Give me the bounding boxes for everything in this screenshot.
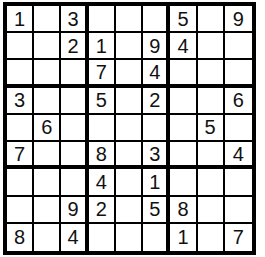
sudoku-cell-empty[interactable] (61, 60, 88, 87)
sudoku-cell-empty[interactable] (89, 224, 116, 251)
sudoku-cell-empty[interactable] (61, 169, 88, 196)
sudoku-cell-empty[interactable] (89, 115, 116, 142)
sudoku-cell-empty[interactable] (34, 197, 61, 224)
sudoku-cell-empty[interactable] (116, 33, 143, 60)
sudoku-cell-given: 1 (7, 6, 34, 33)
sudoku-cell-empty[interactable] (198, 197, 225, 224)
sudoku-cell-given: 7 (225, 224, 252, 251)
sudoku-cell-empty[interactable] (225, 60, 252, 87)
sudoku-cell-given: 4 (225, 142, 252, 169)
sudoku-cell-empty[interactable] (198, 224, 225, 251)
sudoku-cell-given: 5 (89, 88, 116, 115)
sudoku-cell-empty[interactable] (198, 142, 225, 169)
sudoku-cell-given: 8 (170, 197, 197, 224)
sudoku-cell-empty[interactable] (34, 60, 61, 87)
sudoku-cell-given: 9 (143, 33, 170, 60)
sudoku-cell-empty[interactable] (34, 142, 61, 169)
sudoku-cell-empty[interactable] (225, 115, 252, 142)
sudoku-cell-empty[interactable] (116, 60, 143, 87)
sudoku-cell-empty[interactable] (34, 88, 61, 115)
sudoku-cell-given: 4 (143, 60, 170, 87)
sudoku-cell-empty[interactable] (170, 142, 197, 169)
sudoku-cell-empty[interactable] (198, 169, 225, 196)
sudoku-cell-empty[interactable] (143, 6, 170, 33)
sudoku-cell-empty[interactable] (116, 197, 143, 224)
sudoku-cell-given: 6 (34, 115, 61, 142)
sudoku-cell-given: 8 (7, 224, 34, 251)
sudoku-cell-empty[interactable] (7, 197, 34, 224)
sudoku-cell-given: 9 (225, 6, 252, 33)
sudoku-cell-given: 2 (89, 197, 116, 224)
sudoku-cell-empty[interactable] (89, 6, 116, 33)
sudoku-board: 135921947435266578344192588417 (3, 2, 256, 255)
sudoku-cell-given: 3 (143, 142, 170, 169)
sudoku-cell-empty[interactable] (143, 115, 170, 142)
sudoku-cell-empty[interactable] (143, 224, 170, 251)
sudoku-page: 135921947435266578344192588417 (0, 0, 265, 257)
sudoku-cell-given: 4 (89, 169, 116, 196)
sudoku-cell-empty[interactable] (170, 169, 197, 196)
sudoku-cell-given: 3 (61, 6, 88, 33)
sudoku-cell-empty[interactable] (198, 60, 225, 87)
sudoku-cell-empty[interactable] (116, 169, 143, 196)
sudoku-cell-empty[interactable] (225, 197, 252, 224)
sudoku-cell-given: 1 (170, 224, 197, 251)
sudoku-cell-given: 4 (170, 33, 197, 60)
sudoku-cell-empty[interactable] (116, 142, 143, 169)
sudoku-cell-empty[interactable] (34, 6, 61, 33)
sudoku-cell-given: 2 (143, 88, 170, 115)
sudoku-cell-empty[interactable] (7, 33, 34, 60)
sudoku-cell-empty[interactable] (61, 88, 88, 115)
sudoku-cell-given: 3 (7, 88, 34, 115)
sudoku-cell-empty[interactable] (116, 115, 143, 142)
sudoku-cell-given: 5 (143, 197, 170, 224)
sudoku-cell-empty[interactable] (225, 169, 252, 196)
sudoku-cell-empty[interactable] (170, 115, 197, 142)
sudoku-cell-given: 1 (89, 33, 116, 60)
sudoku-cell-empty[interactable] (7, 169, 34, 196)
sudoku-cell-empty[interactable] (198, 33, 225, 60)
sudoku-cell-given: 2 (61, 33, 88, 60)
sudoku-cell-given: 7 (7, 142, 34, 169)
sudoku-cell-empty[interactable] (7, 115, 34, 142)
sudoku-cell-empty[interactable] (198, 6, 225, 33)
sudoku-cell-empty[interactable] (170, 60, 197, 87)
sudoku-cell-given: 5 (198, 115, 225, 142)
sudoku-cell-given: 4 (61, 224, 88, 251)
sudoku-cell-empty[interactable] (198, 88, 225, 115)
sudoku-cell-empty[interactable] (61, 115, 88, 142)
sudoku-cell-empty[interactable] (61, 142, 88, 169)
sudoku-cell-empty[interactable] (34, 224, 61, 251)
sudoku-cell-given: 5 (170, 6, 197, 33)
sudoku-cell-empty[interactable] (225, 33, 252, 60)
sudoku-cell-empty[interactable] (116, 88, 143, 115)
sudoku-cell-empty[interactable] (170, 88, 197, 115)
sudoku-cell-empty[interactable] (7, 60, 34, 87)
sudoku-cell-given: 9 (61, 197, 88, 224)
sudoku-cell-empty[interactable] (34, 33, 61, 60)
sudoku-cell-given: 7 (89, 60, 116, 87)
sudoku-cell-empty[interactable] (116, 224, 143, 251)
sudoku-cell-given: 8 (89, 142, 116, 169)
sudoku-cell-empty[interactable] (34, 169, 61, 196)
sudoku-cell-given: 1 (143, 169, 170, 196)
sudoku-cell-empty[interactable] (116, 6, 143, 33)
sudoku-cell-given: 6 (225, 88, 252, 115)
